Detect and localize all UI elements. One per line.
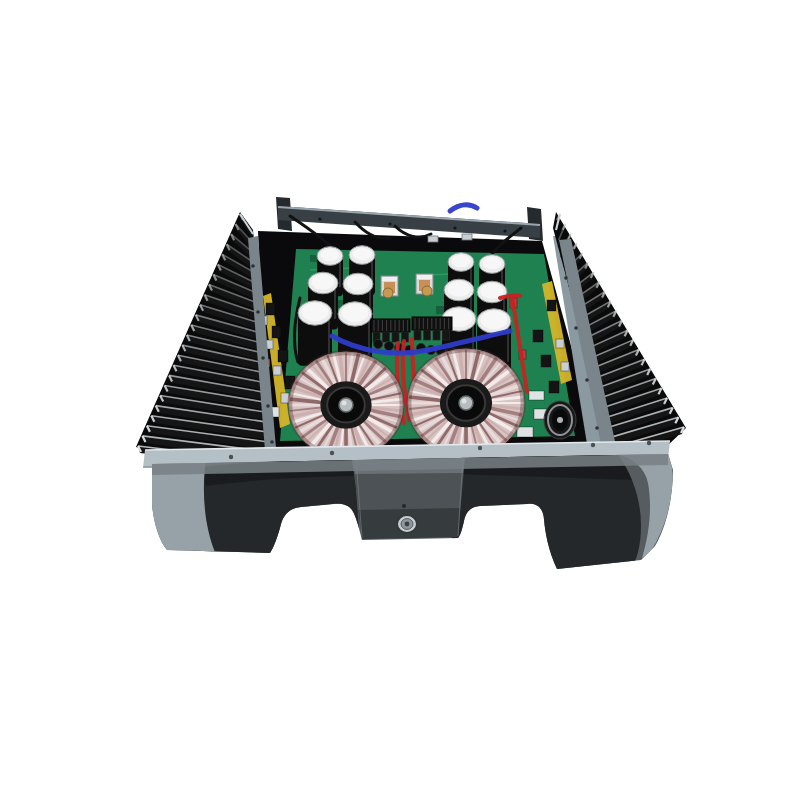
rear-screw	[503, 229, 506, 232]
output-transistor	[433, 330, 440, 340]
round-can-bolt	[557, 417, 563, 423]
plate-screw	[595, 426, 599, 430]
side-component	[556, 339, 564, 348]
side-component	[517, 427, 533, 437]
toroid-bolt	[459, 396, 473, 410]
side-component	[272, 326, 281, 338]
strip-screw	[647, 441, 651, 445]
capacitor-top-inner	[483, 257, 502, 270]
relay-top	[382, 277, 397, 281]
toroid-bolt-highlight	[462, 399, 467, 404]
capacitor-top-inner	[481, 311, 508, 329]
output-transistor	[383, 332, 390, 342]
strip-screw	[229, 455, 233, 459]
small-capacitor	[373, 339, 382, 348]
side-component	[278, 350, 288, 362]
capacitor-top-inner	[342, 304, 369, 322]
plate-screw	[270, 440, 274, 444]
plate-screw	[251, 264, 255, 268]
film-capacitor	[383, 288, 393, 298]
capacitor-top-inner	[452, 255, 471, 268]
film-capacitor	[422, 286, 432, 296]
front-dot	[402, 504, 406, 508]
plate-screw	[256, 310, 260, 314]
toroidal-transformer-left	[289, 352, 403, 458]
small-capacitor	[384, 341, 393, 350]
toroidal-transformer-right	[408, 349, 524, 457]
side-component	[273, 366, 281, 375]
output-transistor	[414, 330, 421, 340]
plate-screw	[266, 404, 270, 408]
fuse-holder	[428, 236, 438, 242]
page	[0, 0, 800, 800]
rear-screw	[453, 226, 456, 229]
rear-screw	[388, 222, 391, 225]
side-component	[561, 362, 569, 371]
capacitor-top-inner	[321, 249, 340, 262]
output-transistor	[424, 330, 431, 340]
fuse-holder	[462, 234, 472, 240]
red-wire	[500, 296, 520, 298]
rear-screw	[318, 217, 321, 220]
toroid-bolt-highlight	[342, 401, 347, 406]
capacitor-top-inner	[353, 248, 372, 261]
side-component	[541, 355, 551, 367]
output-transistor	[443, 330, 450, 340]
side-component	[533, 330, 543, 342]
capacitor-top-inner	[448, 281, 471, 297]
capacitor-top-inner	[312, 274, 335, 290]
capacitor-top-inner	[347, 275, 370, 291]
strip-screw	[330, 451, 334, 455]
output-transistor	[392, 332, 399, 342]
strip-screw	[478, 446, 482, 450]
side-component	[547, 300, 556, 311]
plate-screw	[574, 326, 578, 330]
side-component	[529, 391, 544, 400]
relay-top	[417, 275, 432, 279]
amplifier-product-photo	[0, 0, 800, 800]
side-component	[266, 303, 275, 315]
strip-screw	[591, 443, 595, 447]
toroid-bolt	[339, 398, 353, 412]
plate-screw	[585, 378, 589, 382]
power-button-center	[405, 522, 410, 527]
side-component	[549, 381, 559, 393]
plate-screw	[564, 276, 568, 280]
capacitor-top-inner	[302, 303, 329, 321]
plate-screw	[261, 356, 265, 360]
